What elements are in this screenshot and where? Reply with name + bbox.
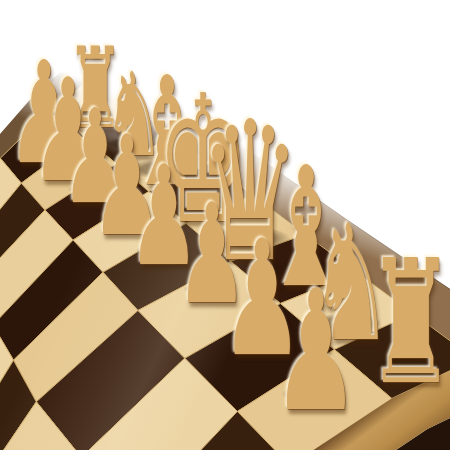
- piece-white-rook-a1[interactable]: ♜: [367, 237, 450, 408]
- piece-white-pawn-a2[interactable]: ♟: [273, 268, 360, 435]
- pieces-layer: ♜♞♝♚♛♝♞♜♟♟♟♟♟♟♟♟: [0, 0, 450, 450]
- chess-set-photo: ♜♞♝♚♛♝♞♜♟♟♟♟♟♟♟♟: [0, 0, 450, 450]
